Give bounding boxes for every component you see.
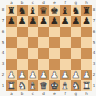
- square-b3[interactable]: [17, 59, 28, 70]
- file-label: f: [60, 91, 71, 96]
- square-e2[interactable]: ♟: [49, 70, 60, 81]
- chess-board-window: abcdefgh 87654321 ♜♞♝♛♚♝♞♜♟♟♟♟♟♟♟♟♟♟♟♟♟♟…: [0, 0, 96, 96]
- square-b8[interactable]: ♞: [17, 5, 28, 16]
- square-f3[interactable]: [60, 59, 71, 70]
- square-d1[interactable]: ♛: [38, 80, 49, 91]
- square-a3[interactable]: [6, 59, 17, 70]
- square-c8[interactable]: ♝: [28, 5, 39, 16]
- piece-black-pawn[interactable]: ♟: [7, 16, 16, 26]
- square-f1[interactable]: ♝: [60, 80, 71, 91]
- square-d6[interactable]: [38, 27, 49, 38]
- square-a5[interactable]: [6, 37, 17, 48]
- square-d7[interactable]: ♟: [38, 16, 49, 27]
- square-e5[interactable]: [49, 37, 60, 48]
- square-f4[interactable]: [60, 48, 71, 59]
- square-d8[interactable]: ♛: [38, 5, 49, 16]
- square-d3[interactable]: [38, 59, 49, 70]
- piece-white-rook[interactable]: ♜: [82, 80, 91, 90]
- piece-white-pawn[interactable]: ♟: [82, 70, 91, 80]
- piece-black-pawn[interactable]: ♟: [39, 16, 48, 26]
- square-e3[interactable]: [49, 59, 60, 70]
- square-e8[interactable]: ♚: [49, 5, 60, 16]
- square-g8[interactable]: ♞: [71, 5, 82, 16]
- rank-label: 1: [92, 80, 96, 91]
- piece-black-rook[interactable]: ♜: [82, 5, 91, 15]
- rank-label: 7: [92, 16, 96, 27]
- rank-label: 4: [92, 48, 96, 59]
- square-h8[interactable]: ♜: [81, 5, 92, 16]
- square-c3[interactable]: [28, 59, 39, 70]
- square-a2[interactable]: ♟: [6, 70, 17, 81]
- file-label: a: [6, 91, 17, 96]
- square-b2[interactable]: ♟: [17, 70, 28, 81]
- piece-white-bishop[interactable]: ♝: [61, 80, 70, 90]
- file-label: e: [49, 91, 60, 96]
- piece-black-bishop[interactable]: ♝: [61, 5, 70, 15]
- piece-white-pawn[interactable]: ♟: [7, 70, 16, 80]
- square-d5[interactable]: [38, 37, 49, 48]
- square-c7[interactable]: ♟: [28, 16, 39, 27]
- piece-black-queen[interactable]: ♛: [39, 5, 48, 15]
- square-f5[interactable]: [60, 37, 71, 48]
- square-g5[interactable]: [71, 37, 82, 48]
- square-e7[interactable]: ♟: [49, 16, 60, 27]
- rank-label: 6: [92, 27, 96, 38]
- chess-board[interactable]: ♜♞♝♛♚♝♞♜♟♟♟♟♟♟♟♟♟♟♟♟♟♟♟♟♜♞♝♛♚♝♞♜: [6, 5, 92, 91]
- file-label: d: [38, 91, 49, 96]
- square-g4[interactable]: [71, 48, 82, 59]
- square-c6[interactable]: [28, 27, 39, 38]
- square-d2[interactable]: ♟: [38, 70, 49, 81]
- square-b1[interactable]: ♞: [17, 80, 28, 91]
- square-a7[interactable]: ♟: [6, 16, 17, 27]
- square-h1[interactable]: ♜: [81, 80, 92, 91]
- piece-black-king[interactable]: ♚: [50, 5, 59, 15]
- square-h6[interactable]: [81, 27, 92, 38]
- square-d4[interactable]: [38, 48, 49, 59]
- piece-white-rook[interactable]: ♜: [7, 80, 16, 90]
- square-h7[interactable]: ♟: [81, 16, 92, 27]
- square-g1[interactable]: ♞: [71, 80, 82, 91]
- piece-white-pawn[interactable]: ♟: [72, 70, 81, 80]
- rank-label: 8: [92, 5, 96, 16]
- square-f6[interactable]: [60, 27, 71, 38]
- file-label: c: [28, 91, 39, 96]
- piece-black-bishop[interactable]: ♝: [29, 5, 38, 15]
- piece-black-pawn[interactable]: ♟: [50, 16, 59, 26]
- rank-label: 2: [92, 70, 96, 81]
- square-f2[interactable]: ♟: [60, 70, 71, 81]
- piece-white-pawn[interactable]: ♟: [50, 70, 59, 80]
- square-h5[interactable]: [81, 37, 92, 48]
- square-b5[interactable]: [17, 37, 28, 48]
- piece-black-pawn[interactable]: ♟: [82, 16, 91, 26]
- square-g7[interactable]: ♟: [71, 16, 82, 27]
- rank-label: 5: [92, 37, 96, 48]
- square-b7[interactable]: ♟: [17, 16, 28, 27]
- piece-white-bishop[interactable]: ♝: [29, 80, 38, 90]
- square-b6[interactable]: [17, 27, 28, 38]
- square-g2[interactable]: ♟: [71, 70, 82, 81]
- square-c5[interactable]: [28, 37, 39, 48]
- piece-white-pawn[interactable]: ♟: [29, 70, 38, 80]
- piece-black-knight[interactable]: ♞: [18, 5, 27, 15]
- piece-black-knight[interactable]: ♞: [72, 5, 81, 15]
- square-b4[interactable]: [17, 48, 28, 59]
- rank-labels-right: 87654321: [92, 5, 96, 91]
- piece-white-knight[interactable]: ♞: [72, 80, 81, 90]
- square-a6[interactable]: [6, 27, 17, 38]
- piece-black-pawn[interactable]: ♟: [18, 16, 27, 26]
- piece-white-knight[interactable]: ♞: [18, 80, 27, 90]
- piece-white-pawn[interactable]: ♟: [39, 70, 48, 80]
- square-f7[interactable]: ♟: [60, 16, 71, 27]
- piece-white-king[interactable]: ♚: [50, 80, 59, 90]
- file-labels-bottom: abcdefgh: [6, 91, 92, 96]
- square-g6[interactable]: [71, 27, 82, 38]
- file-label: b: [17, 91, 28, 96]
- square-c4[interactable]: [28, 48, 39, 59]
- piece-black-pawn[interactable]: ♟: [72, 16, 81, 26]
- file-label: h: [81, 91, 92, 96]
- square-g3[interactable]: [71, 59, 82, 70]
- square-c1[interactable]: ♝: [28, 80, 39, 91]
- square-a8[interactable]: ♜: [6, 5, 17, 16]
- piece-black-pawn[interactable]: ♟: [61, 16, 70, 26]
- piece-white-pawn[interactable]: ♟: [18, 70, 27, 80]
- square-a1[interactable]: ♜: [6, 80, 17, 91]
- square-e6[interactable]: [49, 27, 60, 38]
- square-h2[interactable]: ♟: [81, 70, 92, 81]
- square-f8[interactable]: ♝: [60, 5, 71, 16]
- square-h3[interactable]: [81, 59, 92, 70]
- piece-white-queen[interactable]: ♛: [39, 80, 48, 90]
- piece-black-pawn[interactable]: ♟: [29, 16, 38, 26]
- square-h4[interactable]: [81, 48, 92, 59]
- file-label: g: [71, 91, 82, 96]
- square-e1[interactable]: ♚: [49, 80, 60, 91]
- square-e4[interactable]: [49, 48, 60, 59]
- square-c2[interactable]: ♟: [28, 70, 39, 81]
- piece-white-pawn[interactable]: ♟: [61, 70, 70, 80]
- rank-label: 3: [92, 59, 96, 70]
- square-a4[interactable]: [6, 48, 17, 59]
- piece-black-rook[interactable]: ♜: [7, 5, 16, 15]
